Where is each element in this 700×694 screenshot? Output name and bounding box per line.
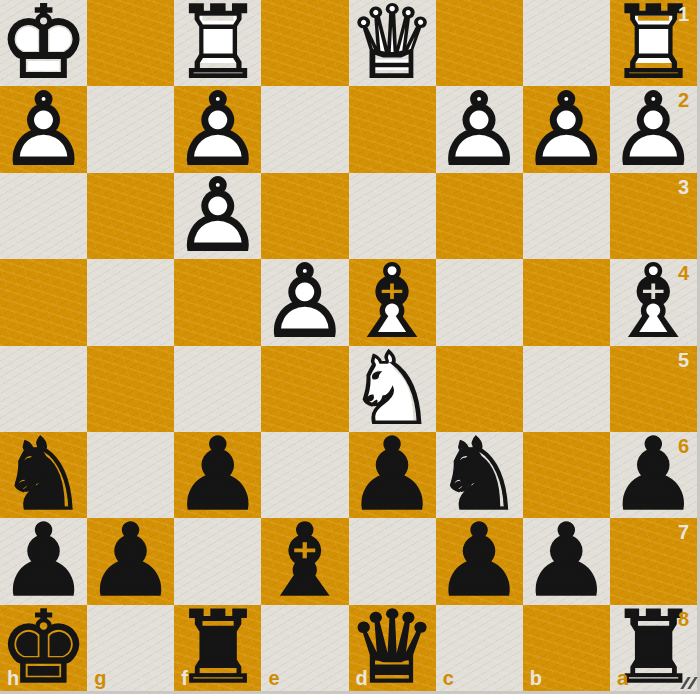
- square-g7[interactable]: ♟♙: [87, 518, 174, 604]
- resize-grip-icon[interactable]: [678, 676, 696, 689]
- rank-label-5: 5: [678, 350, 689, 370]
- rank-label-4: 4: [678, 263, 689, 283]
- file-label-g: g: [94, 668, 106, 688]
- square-c7[interactable]: ♟♙: [436, 518, 523, 604]
- piece-black-pawn[interactable]: ♟♙: [436, 518, 523, 604]
- rank-label-1: 1: [678, 4, 689, 24]
- square-b4[interactable]: [523, 259, 610, 345]
- piece-black-pawn[interactable]: ♟♙: [87, 518, 174, 604]
- square-b5[interactable]: [523, 346, 610, 432]
- square-h4[interactable]: [0, 259, 87, 345]
- rank-label-3: 3: [678, 177, 689, 197]
- rank-label-8: 8: [678, 609, 689, 629]
- square-d8[interactable]: ♛♕d: [349, 605, 436, 691]
- piece-black-pawn[interactable]: ♟♙: [349, 432, 436, 518]
- square-f3[interactable]: ♟♙: [174, 173, 261, 259]
- square-e1[interactable]: [261, 0, 348, 86]
- file-label-d: d: [356, 668, 368, 688]
- piece-white-pawn[interactable]: ♟♙: [261, 259, 348, 345]
- square-a6[interactable]: ♟♙6: [610, 432, 697, 518]
- chess-board: ♚♔♜♖♛♕♜♖1♟♙♟♙♟♙♟♙♟♙2♟♙3♟♙♝♗♝♗4♞♘5♞♘♟♙♟♙♞…: [0, 0, 697, 691]
- square-d1[interactable]: ♛♕: [349, 0, 436, 86]
- rank-label-6: 6: [678, 436, 689, 456]
- file-label-f: f: [181, 668, 188, 688]
- piece-white-pawn[interactable]: ♟♙: [0, 86, 87, 172]
- square-e2[interactable]: [261, 86, 348, 172]
- piece-white-pawn[interactable]: ♟♙: [174, 173, 261, 259]
- square-b7[interactable]: ♟♙: [523, 518, 610, 604]
- piece-black-bishop[interactable]: ♝♗: [261, 518, 348, 604]
- piece-black-pawn[interactable]: ♟♙: [174, 432, 261, 518]
- square-c2[interactable]: ♟♙: [436, 86, 523, 172]
- square-f6[interactable]: ♟♙: [174, 432, 261, 518]
- file-label-b: b: [530, 668, 542, 688]
- piece-white-queen[interactable]: ♛♕: [349, 0, 436, 86]
- square-g3[interactable]: [87, 173, 174, 259]
- square-g5[interactable]: [87, 346, 174, 432]
- square-h8[interactable]: ♚♔h: [0, 605, 87, 691]
- rank-label-7: 7: [678, 522, 689, 542]
- file-label-c: c: [443, 668, 454, 688]
- piece-white-pawn[interactable]: ♟♙: [436, 86, 523, 172]
- square-g1[interactable]: [87, 0, 174, 86]
- piece-white-pawn[interactable]: ♟♙: [523, 86, 610, 172]
- square-e7[interactable]: ♝♗: [261, 518, 348, 604]
- square-f8[interactable]: ♜♖f: [174, 605, 261, 691]
- file-label-a: a: [617, 668, 628, 688]
- square-c4[interactable]: [436, 259, 523, 345]
- file-label-e: e: [268, 668, 279, 688]
- square-a4[interactable]: ♝♗4: [610, 259, 697, 345]
- square-g2[interactable]: [87, 86, 174, 172]
- square-a2[interactable]: ♟♙2: [610, 86, 697, 172]
- rank-label-2: 2: [678, 90, 689, 110]
- square-e4[interactable]: ♟♙: [261, 259, 348, 345]
- square-h2[interactable]: ♟♙: [0, 86, 87, 172]
- square-d6[interactable]: ♟♙: [349, 432, 436, 518]
- piece-black-pawn[interactable]: ♟♙: [523, 518, 610, 604]
- square-b2[interactable]: ♟♙: [523, 86, 610, 172]
- file-label-h: h: [7, 668, 19, 688]
- square-g4[interactable]: [87, 259, 174, 345]
